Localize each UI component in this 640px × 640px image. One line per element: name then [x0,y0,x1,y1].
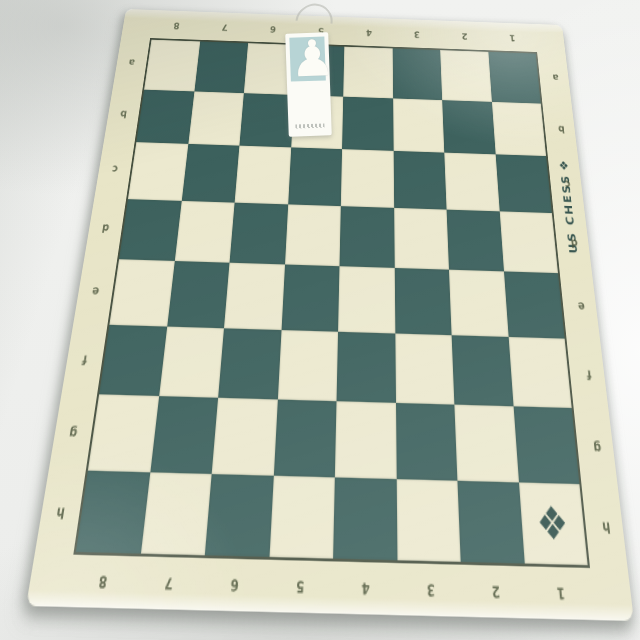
coordinate-label: e [577,299,585,313]
coordinate-label: h [601,518,611,536]
coordinate-label: 4 [361,579,369,598]
coordinate-label: d [570,236,578,249]
coordinate-label: a [552,72,559,83]
coordinate-label: 7 [163,574,173,593]
coordinate-label: 8 [173,20,180,30]
pawn-icon: ♟ [289,33,326,84]
coordinate-label: 8 [97,572,108,591]
coordinate-label: 3 [426,580,435,599]
coordinate-label: c [564,178,571,190]
coordinate-label: 2 [461,31,468,41]
coordinate-label: b [557,123,565,135]
coordinate-label: g [592,439,602,455]
tag-header: ♟ [289,36,326,81]
coordinate-label: 5 [295,577,304,596]
hang-tag: ♟ [285,32,332,136]
coordinate-label: 6 [269,24,276,34]
coordinate-label: 1 [508,32,515,42]
coordinate-label: 3 [413,29,419,39]
coordinate-label: 7 [221,22,228,32]
coordinate-label: 2 [491,582,500,601]
coordinate-label: 1 [555,583,565,602]
photo-scene: ❖ ❖ US CHESS 8877665544332211aabbccddeef… [0,0,640,640]
coordinate-label: 4 [366,27,372,37]
coordinate-label: 6 [229,575,239,594]
tag-fine-print [295,123,324,128]
